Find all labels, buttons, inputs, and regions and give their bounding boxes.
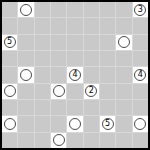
cell-r3c1[interactable] (18, 51, 33, 66)
cell-r5c6[interactable] (100, 84, 115, 99)
clue-circle-4: 4 (134, 69, 146, 81)
cell-r5c0[interactable] (2, 84, 17, 99)
empty-circle (20, 4, 32, 16)
empty-circle (134, 118, 146, 130)
cell-r8c8[interactable] (133, 133, 148, 148)
cell-r2c0[interactable]: 5 (2, 35, 17, 50)
cell-r8c6[interactable] (100, 133, 115, 148)
cell-r7c5[interactable] (84, 116, 99, 131)
empty-circle (69, 118, 81, 130)
cell-r7c7[interactable] (116, 116, 131, 131)
cell-r1c0[interactable] (2, 18, 17, 33)
cell-r8c1[interactable] (18, 133, 33, 148)
clue-circle-5: 5 (102, 118, 114, 130)
cell-r0c4[interactable] (67, 2, 82, 17)
empty-circle (53, 134, 65, 146)
cell-r3c5[interactable] (84, 51, 99, 66)
cell-r8c3[interactable] (51, 133, 66, 148)
clue-circle-4: 4 (69, 69, 81, 81)
cell-r7c8[interactable] (133, 116, 148, 131)
cell-r6c2[interactable] (35, 100, 50, 115)
cell-r5c4[interactable] (67, 84, 82, 99)
cell-r2c8[interactable] (133, 35, 148, 50)
empty-circle (4, 85, 16, 97)
cell-r4c2[interactable] (35, 67, 50, 82)
cell-r8c2[interactable] (35, 133, 50, 148)
cell-r0c6[interactable] (100, 2, 115, 17)
cell-r2c2[interactable] (35, 35, 50, 50)
cell-r8c7[interactable] (116, 133, 131, 148)
cell-r1c3[interactable] (51, 18, 66, 33)
cell-r5c2[interactable] (35, 84, 50, 99)
cell-r1c5[interactable] (84, 18, 99, 33)
cell-r0c5[interactable] (84, 2, 99, 17)
cell-r6c6[interactable] (100, 100, 115, 115)
cell-r5c3[interactable] (51, 84, 66, 99)
cell-r4c6[interactable] (100, 67, 115, 82)
cell-r6c7[interactable] (116, 100, 131, 115)
cell-r1c4[interactable] (67, 18, 82, 33)
puzzle-board-frame: 354425 (0, 0, 150, 150)
empty-circle (4, 118, 16, 130)
cell-r7c2[interactable] (35, 116, 50, 131)
empty-circle (53, 85, 65, 97)
cell-r2c7[interactable] (116, 35, 131, 50)
clue-circle-2: 2 (85, 85, 97, 97)
cell-r5c8[interactable] (133, 84, 148, 99)
cell-r6c3[interactable] (51, 100, 66, 115)
cell-r2c1[interactable] (18, 35, 33, 50)
cell-r6c4[interactable] (67, 100, 82, 115)
cell-r4c3[interactable] (51, 67, 66, 82)
cell-r0c8[interactable]: 3 (133, 2, 148, 17)
cell-r1c6[interactable] (100, 18, 115, 33)
cell-r6c8[interactable] (133, 100, 148, 115)
cell-r5c7[interactable] (116, 84, 131, 99)
cell-r4c5[interactable] (84, 67, 99, 82)
cell-r3c8[interactable] (133, 51, 148, 66)
cell-r1c8[interactable] (133, 18, 148, 33)
empty-circle (20, 69, 32, 81)
empty-circle (118, 36, 130, 48)
cell-r5c5[interactable]: 2 (84, 84, 99, 99)
cell-r7c3[interactable] (51, 116, 66, 131)
cell-r2c5[interactable] (84, 35, 99, 50)
cell-r4c0[interactable] (2, 67, 17, 82)
cell-r3c7[interactable] (116, 51, 131, 66)
cell-r4c7[interactable] (116, 67, 131, 82)
cell-r7c1[interactable] (18, 116, 33, 131)
cell-r4c8[interactable]: 4 (133, 67, 148, 82)
puzzle-board: 354425 (2, 2, 148, 148)
cell-r2c4[interactable] (67, 35, 82, 50)
clue-circle-3: 3 (134, 4, 146, 16)
cell-r5c1[interactable] (18, 84, 33, 99)
cell-r2c6[interactable] (100, 35, 115, 50)
cell-r8c5[interactable] (84, 133, 99, 148)
clue-circle-5: 5 (4, 36, 16, 48)
cell-r0c2[interactable] (35, 2, 50, 17)
cell-r6c1[interactable] (18, 100, 33, 115)
cell-r0c3[interactable] (51, 2, 66, 17)
cell-r4c1[interactable] (18, 67, 33, 82)
cell-r6c5[interactable] (84, 100, 99, 115)
cell-r0c0[interactable] (2, 2, 17, 17)
cell-r1c7[interactable] (116, 18, 131, 33)
cell-r8c4[interactable] (67, 133, 82, 148)
cell-r4c4[interactable]: 4 (67, 67, 82, 82)
cell-r7c4[interactable] (67, 116, 82, 131)
cell-r0c1[interactable] (18, 2, 33, 17)
cell-r6c0[interactable] (2, 100, 17, 115)
cell-r2c3[interactable] (51, 35, 66, 50)
cell-r7c0[interactable] (2, 116, 17, 131)
cell-r1c2[interactable] (35, 18, 50, 33)
cell-r3c3[interactable] (51, 51, 66, 66)
cell-r7c6[interactable]: 5 (100, 116, 115, 131)
cell-r8c0[interactable] (2, 133, 17, 148)
cell-r3c6[interactable] (100, 51, 115, 66)
cell-r3c4[interactable] (67, 51, 82, 66)
cell-r0c7[interactable] (116, 2, 131, 17)
cell-r3c2[interactable] (35, 51, 50, 66)
cell-r1c1[interactable] (18, 18, 33, 33)
cell-r3c0[interactable] (2, 51, 17, 66)
